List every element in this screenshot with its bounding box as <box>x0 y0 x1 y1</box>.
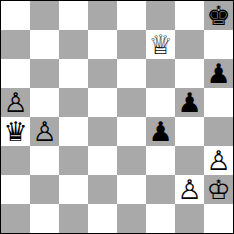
piece-black-king[interactable]: ♚ <box>206 1 230 30</box>
square-g8[interactable] <box>175 1 204 30</box>
square-a3[interactable] <box>1 146 30 175</box>
piece-white-pawn[interactable]: ♙ <box>206 146 230 175</box>
square-h7[interactable] <box>204 30 233 59</box>
square-g7[interactable] <box>175 30 204 59</box>
square-a8[interactable] <box>1 1 30 30</box>
square-c8[interactable] <box>59 1 88 30</box>
square-f6[interactable] <box>146 59 175 88</box>
square-a4[interactable]: ♛ <box>1 117 30 146</box>
square-d4[interactable] <box>88 117 117 146</box>
square-f1[interactable] <box>146 204 175 233</box>
square-a2[interactable] <box>1 175 30 204</box>
square-b4[interactable]: ♙ <box>30 117 59 146</box>
square-h8[interactable]: ♚ <box>204 1 233 30</box>
square-h5[interactable] <box>204 88 233 117</box>
square-a7[interactable] <box>1 30 30 59</box>
square-b6[interactable] <box>30 59 59 88</box>
piece-black-pawn[interactable]: ♟ <box>206 59 230 88</box>
square-e7[interactable] <box>117 30 146 59</box>
square-b3[interactable] <box>30 146 59 175</box>
square-d6[interactable] <box>88 59 117 88</box>
chess-board: ♚♕♟♙♟♛♙♟♙♙♔ <box>1 1 233 233</box>
square-h3[interactable]: ♙ <box>204 146 233 175</box>
square-c1[interactable] <box>59 204 88 233</box>
square-c4[interactable] <box>59 117 88 146</box>
square-e3[interactable] <box>117 146 146 175</box>
square-c6[interactable] <box>59 59 88 88</box>
square-d3[interactable] <box>88 146 117 175</box>
square-b5[interactable] <box>30 88 59 117</box>
square-g3[interactable] <box>175 146 204 175</box>
square-g5[interactable]: ♟ <box>175 88 204 117</box>
square-d5[interactable] <box>88 88 117 117</box>
piece-black-queen[interactable]: ♛ <box>3 117 27 146</box>
square-e4[interactable] <box>117 117 146 146</box>
square-h6[interactable]: ♟ <box>204 59 233 88</box>
chess-board-frame: ♚♕♟♙♟♛♙♟♙♙♔ <box>0 0 234 234</box>
piece-white-pawn[interactable]: ♙ <box>3 88 27 117</box>
square-c7[interactable] <box>59 30 88 59</box>
square-h4[interactable] <box>204 117 233 146</box>
square-g6[interactable] <box>175 59 204 88</box>
piece-black-pawn[interactable]: ♟ <box>148 117 172 146</box>
square-h1[interactable] <box>204 204 233 233</box>
piece-white-pawn[interactable]: ♙ <box>32 117 56 146</box>
square-c3[interactable] <box>59 146 88 175</box>
piece-white-pawn[interactable]: ♙ <box>177 175 201 204</box>
square-e6[interactable] <box>117 59 146 88</box>
square-h2[interactable]: ♔ <box>204 175 233 204</box>
square-b1[interactable] <box>30 204 59 233</box>
square-f4[interactable]: ♟ <box>146 117 175 146</box>
square-g2[interactable]: ♙ <box>175 175 204 204</box>
square-e8[interactable] <box>117 1 146 30</box>
square-f8[interactable] <box>146 1 175 30</box>
square-g4[interactable] <box>175 117 204 146</box>
square-b2[interactable] <box>30 175 59 204</box>
square-f5[interactable] <box>146 88 175 117</box>
square-e5[interactable] <box>117 88 146 117</box>
square-d2[interactable] <box>88 175 117 204</box>
square-e1[interactable] <box>117 204 146 233</box>
square-c5[interactable] <box>59 88 88 117</box>
square-b7[interactable] <box>30 30 59 59</box>
square-e2[interactable] <box>117 175 146 204</box>
square-a1[interactable] <box>1 204 30 233</box>
square-f2[interactable] <box>146 175 175 204</box>
piece-black-pawn[interactable]: ♟ <box>177 88 201 117</box>
piece-white-king[interactable]: ♔ <box>206 175 230 204</box>
square-d1[interactable] <box>88 204 117 233</box>
square-a6[interactable] <box>1 59 30 88</box>
square-a5[interactable]: ♙ <box>1 88 30 117</box>
square-d7[interactable] <box>88 30 117 59</box>
square-b8[interactable] <box>30 1 59 30</box>
square-f3[interactable] <box>146 146 175 175</box>
piece-white-queen[interactable]: ♕ <box>148 30 172 59</box>
square-g1[interactable] <box>175 204 204 233</box>
square-d8[interactable] <box>88 1 117 30</box>
square-c2[interactable] <box>59 175 88 204</box>
square-f7[interactable]: ♕ <box>146 30 175 59</box>
